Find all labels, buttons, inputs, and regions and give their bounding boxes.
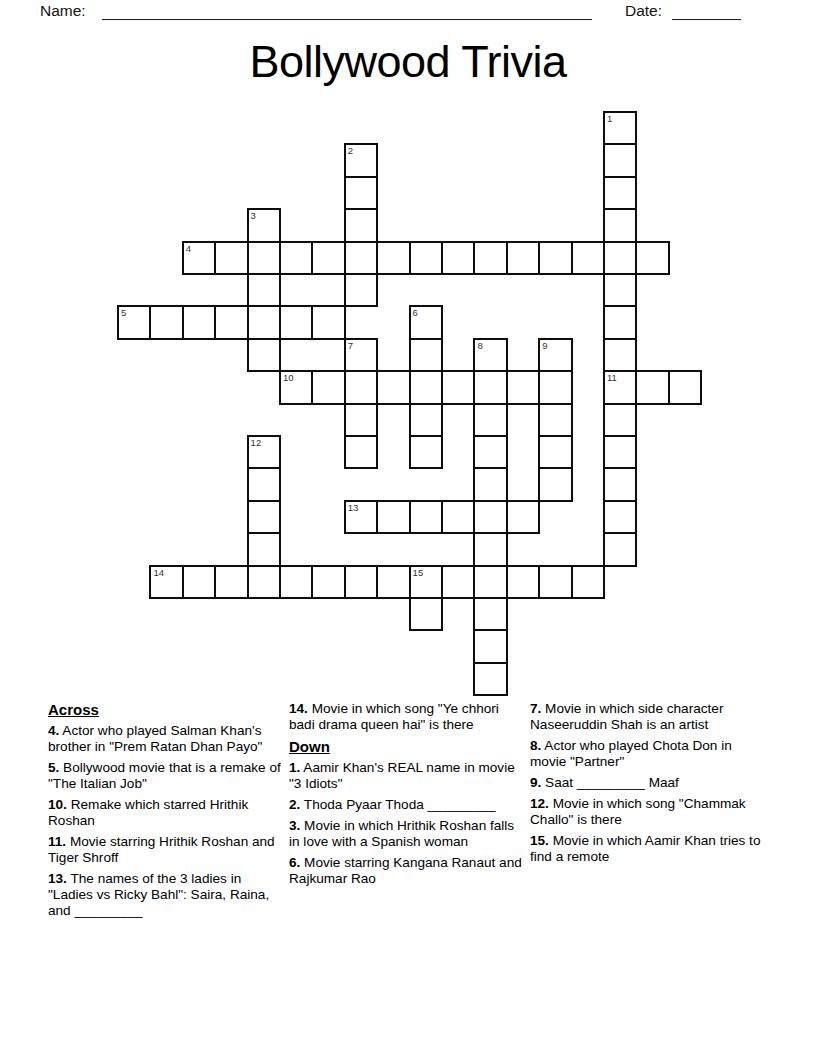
clues-column-1: Across4. Actor who played Salman Khan's … (48, 701, 285, 924)
grid-cell-r4c15[interactable] (603, 241, 637, 275)
cell-number-9: 9 (542, 340, 547, 351)
grid-cell-r9c11[interactable] (473, 403, 507, 437)
grid-cell-r10c9[interactable] (409, 435, 443, 469)
grid-cell-r8c7[interactable] (344, 370, 378, 404)
grid-cell-r15c9[interactable] (409, 597, 443, 631)
clues-across-header: Across (48, 701, 285, 718)
clue-14-across: 14. Movie in which song "Ye chhori badi … (289, 701, 522, 733)
grid-cell-r4c5[interactable] (279, 241, 313, 275)
clue-number-label: 7. (530, 701, 541, 716)
grid-cell-r7c9[interactable] (409, 338, 443, 372)
grid-cell-r14c9[interactable]: 15 (409, 565, 443, 599)
clue-number-label: 14. (289, 701, 308, 716)
grid-cell-r14c13[interactable] (538, 565, 572, 599)
clue-number-label: 6. (289, 855, 300, 870)
clues-down-header: Down (289, 738, 522, 755)
worksheet-page: { "page": { "name_label": "Name:", "date… (0, 0, 816, 1056)
clue-number-label: 8. (530, 738, 541, 753)
cell-number-4: 4 (186, 243, 191, 254)
grid-cell-r13c11[interactable] (473, 532, 507, 566)
grid-cell-r14c10[interactable] (441, 565, 475, 599)
grid-cell-r6c15[interactable] (603, 305, 637, 339)
grid-cell-r14c12[interactable] (506, 565, 540, 599)
grid-cell-r5c7[interactable] (344, 273, 378, 307)
grid-cell-r2c7[interactable] (344, 176, 378, 210)
grid-cell-r15c11[interactable] (473, 597, 507, 631)
grid-cell-r14c2[interactable] (182, 565, 216, 599)
grid-cell-r11c15[interactable] (603, 467, 637, 501)
clue-6-down: 6. Movie starring Kangana Ranaut and Raj… (289, 855, 522, 887)
cell-number-10: 10 (283, 372, 294, 383)
grid-cell-r14c14[interactable] (571, 565, 605, 599)
cell-number-13: 13 (348, 502, 359, 513)
grid-cell-r9c15[interactable] (603, 403, 637, 437)
grid-cell-r7c13[interactable]: 9 (538, 338, 572, 372)
grid-cell-r8c13[interactable] (538, 370, 572, 404)
grid-cell-r4c9[interactable] (409, 241, 443, 275)
name-label: Name: (40, 2, 86, 20)
grid-cell-r13c15[interactable] (603, 532, 637, 566)
grid-cell-r13c4[interactable] (247, 532, 281, 566)
cell-number-7: 7 (348, 340, 353, 351)
cell-number-3: 3 (251, 210, 256, 221)
grid-cell-r8c10[interactable] (441, 370, 475, 404)
grid-cell-r1c7[interactable]: 2 (344, 143, 378, 177)
grid-cell-r4c12[interactable] (506, 241, 540, 275)
grid-cell-r17c11[interactable] (473, 662, 507, 696)
grid-cell-r6c3[interactable] (214, 305, 248, 339)
grid-cell-r16c11[interactable] (473, 629, 507, 663)
cell-number-1: 1 (607, 113, 612, 124)
grid-cell-r12c11[interactable] (473, 500, 507, 534)
grid-cell-r14c5[interactable] (279, 565, 313, 599)
grid-cell-r11c11[interactable] (473, 467, 507, 501)
grid-cell-r6c5[interactable] (279, 305, 313, 339)
grid-cell-r7c11[interactable]: 8 (473, 338, 507, 372)
grid-cell-r6c6[interactable] (311, 305, 345, 339)
grid-cell-r12c7[interactable]: 13 (344, 500, 378, 534)
grid-cell-r4c10[interactable] (441, 241, 475, 275)
grid-cell-r14c8[interactable] (376, 565, 410, 599)
grid-cell-r10c15[interactable] (603, 435, 637, 469)
clue-number-label: 1. (289, 760, 300, 775)
grid-cell-r10c11[interactable] (473, 435, 507, 469)
grid-cell-r4c16[interactable] (635, 241, 669, 275)
grid-cell-r14c4[interactable] (247, 565, 281, 599)
clue-13-across: 13. The names of the 3 ladies in "Ladies… (48, 871, 285, 919)
grid-cell-r8c16[interactable] (635, 370, 669, 404)
clue-7-down: 7. Movie in which side character Naseeru… (530, 701, 770, 733)
grid-cell-r4c8[interactable] (376, 241, 410, 275)
grid-cell-r8c15[interactable]: 11 (603, 370, 637, 404)
cell-number-15: 15 (413, 567, 424, 578)
clue-5-across: 5. Bollywood movie that is a remake of "… (48, 760, 285, 792)
grid-cell-r5c15[interactable] (603, 273, 637, 307)
grid-cell-r1c15[interactable] (603, 143, 637, 177)
grid-cell-r9c13[interactable] (538, 403, 572, 437)
clue-2-down: 2. Thoda Pyaar Thoda _________ (289, 797, 522, 813)
grid-cell-r12c10[interactable] (441, 500, 475, 534)
clues-column-3: 7. Movie in which side character Naseeru… (530, 701, 770, 870)
clue-number-label: 11. (48, 834, 66, 849)
name-blank-line[interactable] (102, 3, 592, 20)
grid-cell-r8c5[interactable]: 10 (279, 370, 313, 404)
grid-cell-r6c4[interactable] (247, 305, 281, 339)
grid-cell-r4c6[interactable] (311, 241, 345, 275)
grid-cell-r14c11[interactable] (473, 565, 507, 599)
clue-number-label: 9. (530, 775, 541, 790)
cell-number-14: 14 (153, 567, 164, 578)
grid-cell-r4c14[interactable] (571, 241, 605, 275)
clue-number-label: 10. (48, 797, 67, 812)
grid-cell-r4c2[interactable]: 4 (182, 241, 216, 275)
grid-cell-r10c4[interactable]: 12 (247, 435, 281, 469)
grid-cell-r14c7[interactable] (344, 565, 378, 599)
grid-cell-r2c15[interactable] (603, 176, 637, 210)
crossword-grid: 123456789101112131415 (117, 111, 703, 697)
grid-cell-r3c4[interactable]: 3 (247, 208, 281, 242)
puzzle-title: Bollywood Trivia (0, 36, 816, 88)
grid-cell-r8c17[interactable] (668, 370, 702, 404)
clue-1-down: 1. Aamir Khan's REAL name in movie "3 Id… (289, 760, 522, 792)
grid-cell-r7c4[interactable] (247, 338, 281, 372)
clues-column-2: 14. Movie in which song "Ye chhori badi … (289, 701, 522, 892)
cell-number-8: 8 (477, 340, 482, 351)
cell-number-5: 5 (121, 307, 126, 318)
grid-cell-r4c3[interactable] (214, 241, 248, 275)
clue-12-down: 12. Movie in which song "Chammak Challo"… (530, 796, 770, 828)
clue-number-label: 15. (530, 833, 549, 848)
clue-3-down: 3. Movie in which Hrithik Roshan falls i… (289, 818, 522, 850)
cell-number-11: 11 (607, 372, 617, 383)
clue-number-label: 3. (289, 818, 300, 833)
clue-number-label: 13. (48, 871, 67, 886)
clue-number-label: 5. (48, 760, 59, 775)
grid-cell-r12c12[interactable] (506, 500, 540, 534)
grid-cell-r12c8[interactable] (376, 500, 410, 534)
cell-number-2: 2 (348, 145, 353, 156)
grid-cell-r14c6[interactable] (311, 565, 345, 599)
grid-cell-r4c4[interactable] (247, 241, 281, 275)
clue-15-down: 15. Movie in which Aamir Khan tries to f… (530, 833, 770, 865)
grid-cell-r8c6[interactable] (311, 370, 345, 404)
grid-cell-r8c12[interactable] (506, 370, 540, 404)
grid-cell-r11c13[interactable] (538, 467, 572, 501)
grid-cell-r6c2[interactable] (182, 305, 216, 339)
grid-cell-r8c8[interactable] (376, 370, 410, 404)
cell-number-12: 12 (251, 437, 262, 448)
date-label: Date: (625, 2, 662, 20)
grid-cell-r4c11[interactable] (473, 241, 507, 275)
grid-cell-r3c15[interactable] (603, 208, 637, 242)
grid-cell-r3c7[interactable] (344, 208, 378, 242)
clue-9-down: 9. Saat _________ Maaf (530, 775, 770, 791)
grid-cell-r7c15[interactable] (603, 338, 637, 372)
grid-cell-r4c13[interactable] (538, 241, 572, 275)
grid-cell-r10c13[interactable] (538, 435, 572, 469)
grid-cell-r8c9[interactable] (409, 370, 443, 404)
date-blank-line[interactable] (672, 3, 741, 20)
grid-cell-r5c4[interactable] (247, 273, 281, 307)
grid-cell-r11c4[interactable] (247, 467, 281, 501)
grid-cell-r12c4[interactable] (247, 500, 281, 534)
grid-cell-r12c15[interactable] (603, 500, 637, 534)
grid-cell-r8c11[interactable] (473, 370, 507, 404)
grid-cell-r7c7[interactable]: 7 (344, 338, 378, 372)
clue-number-label: 2. (289, 797, 300, 812)
clue-10-across: 10. Remake which starred Hrithik Roshan (48, 797, 285, 829)
grid-cell-r14c1[interactable]: 14 (149, 565, 183, 599)
grid-cell-r6c9[interactable]: 6 (409, 305, 443, 339)
grid-cell-r14c3[interactable] (214, 565, 248, 599)
clue-11-across: 11. Movie starring Hrithik Roshan and Ti… (48, 834, 285, 866)
grid-cell-r4c7[interactable] (344, 241, 378, 275)
grid-cell-r6c1[interactable] (149, 305, 183, 339)
clue-number-label: 12. (530, 796, 549, 811)
clue-4-across: 4. Actor who played Salman Khan's brothe… (48, 723, 285, 755)
grid-cell-r9c9[interactable] (409, 403, 443, 437)
clue-8-down: 8. Actor who played Chota Don in movie "… (530, 738, 770, 770)
grid-cell-r0c15[interactable]: 1 (603, 111, 637, 145)
clue-number-label: 4. (48, 723, 59, 738)
cell-number-6: 6 (413, 307, 418, 318)
grid-cell-r9c7[interactable] (344, 403, 378, 437)
grid-cell-r6c0[interactable]: 5 (117, 305, 151, 339)
grid-cell-r12c9[interactable] (409, 500, 443, 534)
grid-cell-r10c7[interactable] (344, 435, 378, 469)
